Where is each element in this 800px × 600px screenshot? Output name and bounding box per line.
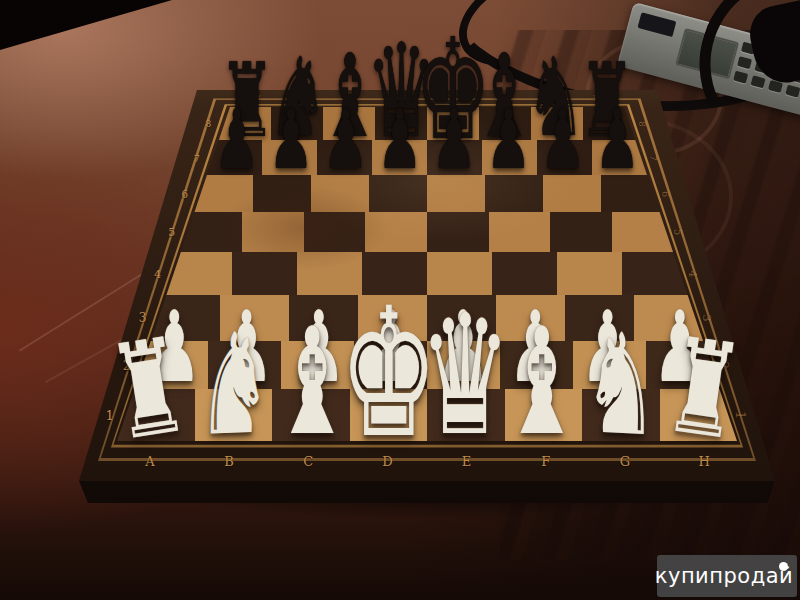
rank-label-right-2: 2 <box>716 361 730 369</box>
rank-label-left-3: 3 <box>139 311 147 325</box>
watermark: купипродай <box>657 555 797 597</box>
watermark-dot <box>779 562 788 571</box>
file-label-bottom-C: C <box>303 454 313 469</box>
rank-label-left-2: 2 <box>123 358 131 373</box>
rank-label-left-7: 7 <box>194 152 200 163</box>
file-label-top-H: H <box>593 93 600 102</box>
rank-label-right-3: 3 <box>700 314 714 321</box>
watermark-text: купипродай <box>655 564 799 588</box>
rank-label-right-4: 4 <box>686 270 699 277</box>
rank-label-right-8: 8 <box>637 121 647 126</box>
file-label-bottom-G: G <box>620 454 630 469</box>
file-label-bottom-B: B <box>224 454 234 469</box>
file-label-top-F: F <box>497 93 502 102</box>
file-label-bottom-F: F <box>541 454 550 469</box>
file-label-top-D: D <box>400 93 406 102</box>
rank-label-right-5: 5 <box>672 229 684 236</box>
rank-label-right-7: 7 <box>648 155 658 161</box>
file-label-top-E: E <box>448 93 453 102</box>
photo-scene: 8877665544332211AABBCCDDEEFFGGHH ♜♞♝♛♚♝♞… <box>0 0 800 600</box>
rank-label-left-1: 1 <box>106 408 114 423</box>
file-label-top-C: C <box>352 93 358 102</box>
rank-label-right-6: 6 <box>660 190 671 196</box>
file-label-top-A: A <box>255 93 260 102</box>
file-label-top-B: B <box>303 93 309 102</box>
file-label-bottom-A: A <box>145 454 154 469</box>
rank-label-left-4: 4 <box>154 267 161 281</box>
rank-label-left-6: 6 <box>181 188 187 199</box>
rank-label-left-5: 5 <box>168 226 175 239</box>
file-label-top-G: G <box>545 93 551 102</box>
chess-board: 8877665544332211AABBCCDDEEFFGGHH <box>0 0 800 600</box>
file-label-bottom-D: D <box>382 454 392 469</box>
rank-label-right-1: 1 <box>733 411 748 419</box>
file-label-bottom-H: H <box>698 454 709 469</box>
rank-label-left-8: 8 <box>206 119 212 129</box>
file-label-bottom-E: E <box>462 454 472 469</box>
